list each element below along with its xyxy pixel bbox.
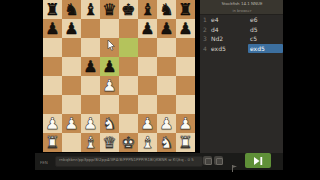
square-d2[interactable]: ♞ <box>100 114 119 133</box>
move-row-3: 3Nd2c5 <box>200 34 283 44</box>
next-move-button[interactable] <box>245 153 271 168</box>
flag-icon[interactable] <box>232 157 238 164</box>
square-e1[interactable]: ♚ <box>119 133 138 152</box>
square-c3[interactable] <box>81 95 100 114</box>
black-pawn[interactable]: ♟ <box>157 19 176 38</box>
square-g2[interactable]: ♟ <box>157 114 176 133</box>
square-h2[interactable]: ♟ <box>176 114 195 133</box>
square-g1[interactable]: ♞ <box>157 133 176 152</box>
square-a8[interactable]: ♜ <box>43 0 62 19</box>
square-h3[interactable] <box>176 95 195 114</box>
square-g4[interactable] <box>157 76 176 95</box>
square-h5[interactable] <box>176 57 195 76</box>
move-list: 1e4e62d4d53Nd2c54exd5exd5 <box>200 15 283 53</box>
square-c5[interactable]: ♟ <box>81 57 100 76</box>
undo-icon[interactable] <box>203 156 212 165</box>
square-g5[interactable] <box>157 57 176 76</box>
square-b1[interactable] <box>62 133 81 152</box>
skip-next-icon <box>253 157 263 165</box>
square-a4[interactable] <box>43 76 62 95</box>
square-c7[interactable] <box>81 19 100 38</box>
move-number: 3 <box>203 35 211 42</box>
square-e4[interactable] <box>119 76 138 95</box>
square-a5[interactable] <box>43 57 62 76</box>
square-d4[interactable]: ♟ <box>100 76 119 95</box>
white-pawn[interactable]: ♟ <box>81 114 100 133</box>
square-f8[interactable]: ♝ <box>138 0 157 19</box>
fen-input[interactable]: rnbqkbnr/pp3ppp/8/2pp4/3P4/8/PPPN1PPP/R1… <box>55 156 203 167</box>
fen-value: rnbqkbnr/pp3ppp/8/2pp4/3P4/8/PPPN1PPP/R1… <box>59 157 194 162</box>
white-bishop[interactable]: ♝ <box>138 133 157 152</box>
square-f2[interactable]: ♟ <box>138 114 157 133</box>
square-h1[interactable]: ♜ <box>176 133 195 152</box>
engine-header: Stockfish 14.1 NNUE in browser <box>200 0 283 15</box>
chess-board[interactable]: ♜♞♝♛♚♝♞♜♟♟♟♟♟♟♟♟♟♟♟♞♟♟♟♜♝♛♚♝♞♜ <box>43 0 195 152</box>
white-pawn[interactable]: ♟ <box>176 114 195 133</box>
move-number: 2 <box>203 26 211 33</box>
black-move-active[interactable]: exd5 <box>248 44 283 54</box>
square-b5[interactable] <box>62 57 81 76</box>
white-pawn[interactable]: ♟ <box>100 76 119 95</box>
move-row-1: 1e4e6 <box>200 15 283 25</box>
black-pawn[interactable]: ♟ <box>43 19 62 38</box>
mouse-cursor-icon <box>107 36 115 55</box>
black-move[interactable]: c5 <box>248 34 283 44</box>
square-e7[interactable] <box>119 19 138 38</box>
move-number: 1 <box>203 16 211 23</box>
square-b8[interactable]: ♞ <box>62 0 81 19</box>
square-b7[interactable]: ♟ <box>62 19 81 38</box>
square-d5[interactable]: ♟ <box>100 57 119 76</box>
square-e8[interactable]: ♚ <box>119 0 138 19</box>
square-a7[interactable]: ♟ <box>43 19 62 38</box>
square-c8[interactable]: ♝ <box>81 0 100 19</box>
black-move[interactable]: e6 <box>248 15 283 25</box>
square-f5[interactable] <box>138 57 157 76</box>
black-pawn[interactable]: ♟ <box>176 19 195 38</box>
move-row-2: 2d4d5 <box>200 25 283 35</box>
square-g3[interactable] <box>157 95 176 114</box>
bottom-bar: FEN rnbqkbnr/pp3ppp/8/2pp4/3P4/8/PPPN1PP… <box>35 153 283 170</box>
black-queen[interactable]: ♛ <box>100 0 119 19</box>
square-d3[interactable] <box>100 95 119 114</box>
white-bishop[interactable]: ♝ <box>81 133 100 152</box>
square-d8[interactable]: ♛ <box>100 0 119 19</box>
square-b2[interactable]: ♟ <box>62 114 81 133</box>
black-pawn[interactable]: ♟ <box>100 57 119 76</box>
black-rook[interactable]: ♜ <box>43 0 62 19</box>
square-g6[interactable] <box>157 38 176 57</box>
white-pawn[interactable]: ♟ <box>157 114 176 133</box>
square-f3[interactable] <box>138 95 157 114</box>
square-e6[interactable] <box>119 38 138 57</box>
square-d1[interactable]: ♛ <box>100 133 119 152</box>
white-pawn[interactable]: ♟ <box>62 114 81 133</box>
square-c6[interactable] <box>81 38 100 57</box>
black-pawn[interactable]: ♟ <box>138 19 157 38</box>
black-bishop[interactable]: ♝ <box>138 0 157 19</box>
square-g8[interactable]: ♞ <box>157 0 176 19</box>
black-move[interactable]: d5 <box>248 25 283 35</box>
square-f1[interactable]: ♝ <box>138 133 157 152</box>
engine-subtitle: in browser <box>232 8 251 12</box>
square-h8[interactable]: ♜ <box>176 0 195 19</box>
black-bishop[interactable]: ♝ <box>81 0 100 19</box>
white-rook[interactable]: ♜ <box>176 133 195 152</box>
engine-title: Stockfish 14.1 NNUE <box>221 1 262 6</box>
move-row-4: 4exd5exd5 <box>200 44 283 54</box>
white-move[interactable]: exd5 <box>211 45 248 52</box>
move-number: 4 <box>203 45 211 52</box>
square-a1[interactable]: ♜ <box>43 133 62 152</box>
square-a3[interactable] <box>43 95 62 114</box>
white-move[interactable]: e4 <box>211 16 248 23</box>
black-knight[interactable]: ♞ <box>157 0 176 19</box>
white-knight[interactable]: ♞ <box>100 114 119 133</box>
black-pawn[interactable]: ♟ <box>81 57 100 76</box>
black-pawn[interactable]: ♟ <box>62 19 81 38</box>
white-queen[interactable]: ♛ <box>100 133 119 152</box>
white-king[interactable]: ♚ <box>119 133 138 152</box>
square-h6[interactable] <box>176 38 195 57</box>
square-c1[interactable]: ♝ <box>81 133 100 152</box>
redo-icon-glyph <box>216 158 223 165</box>
square-c2[interactable]: ♟ <box>81 114 100 133</box>
black-rook[interactable]: ♜ <box>176 0 195 19</box>
square-f4[interactable] <box>138 76 157 95</box>
square-f7[interactable]: ♟ <box>138 19 157 38</box>
analysis-window: ♜♞♝♛♚♝♞♜♟♟♟♟♟♟♟♟♟♟♟♞♟♟♟♜♝♛♚♝♞♜ Stockfish… <box>0 0 320 180</box>
white-move[interactable]: d4 <box>211 26 248 33</box>
white-move[interactable]: Nd2 <box>211 35 248 42</box>
black-king[interactable]: ♚ <box>119 0 138 19</box>
square-a6[interactable] <box>43 38 62 57</box>
white-pawn[interactable]: ♟ <box>138 114 157 133</box>
square-b3[interactable] <box>62 95 81 114</box>
square-h7[interactable]: ♟ <box>176 19 195 38</box>
engine-panel: Stockfish 14.1 NNUE in browser 1e4e62d4d… <box>200 0 283 153</box>
square-a2[interactable]: ♟ <box>43 114 62 133</box>
square-e5[interactable] <box>119 57 138 76</box>
square-e3[interactable] <box>119 95 138 114</box>
undo-icon-glyph <box>205 158 212 165</box>
square-b4[interactable] <box>62 76 81 95</box>
square-h4[interactable] <box>176 76 195 95</box>
square-c4[interactable] <box>81 76 100 95</box>
redo-icon[interactable] <box>214 156 223 165</box>
square-e2[interactable] <box>119 114 138 133</box>
white-rook[interactable]: ♜ <box>43 133 62 152</box>
black-knight[interactable]: ♞ <box>62 0 81 19</box>
white-knight[interactable]: ♞ <box>157 133 176 152</box>
square-f6[interactable] <box>138 38 157 57</box>
square-g7[interactable]: ♟ <box>157 19 176 38</box>
white-pawn[interactable]: ♟ <box>43 114 62 133</box>
fen-label: FEN <box>40 160 48 165</box>
square-b6[interactable] <box>62 38 81 57</box>
